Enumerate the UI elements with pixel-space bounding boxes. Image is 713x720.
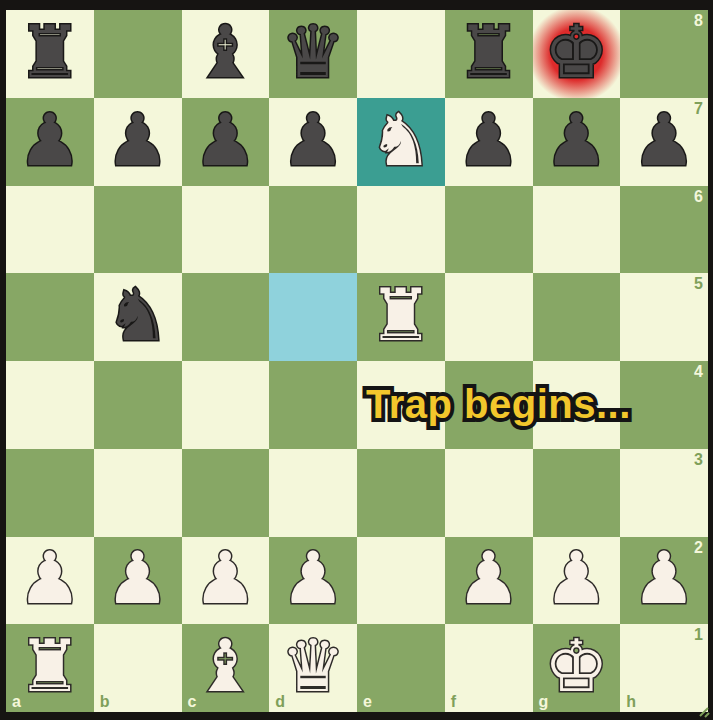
piece-white-pawn-h2[interactable]: ♟ — [620, 535, 708, 623]
file-label-h: h — [626, 694, 636, 710]
square-g5[interactable] — [533, 273, 621, 361]
square-e2[interactable] — [357, 537, 445, 625]
square-e8[interactable] — [357, 10, 445, 98]
square-b3[interactable] — [94, 449, 182, 537]
rank-label-4: 4 — [694, 364, 703, 380]
square-d2[interactable]: ♟ — [269, 537, 357, 625]
square-a7[interactable]: ♟ — [6, 98, 94, 186]
video-frame: ♜♝♛♜♚8♟♟♟♟♞♟♟7♟6♞♜543♟♟♟♟♟♟2♟a♜bc♝d♛efg♚… — [0, 0, 713, 720]
square-h1[interactable]: 1h — [620, 624, 708, 712]
square-c2[interactable]: ♟ — [182, 537, 270, 625]
square-a6[interactable] — [6, 186, 94, 274]
square-f1[interactable]: f — [445, 624, 533, 712]
square-h8[interactable]: 8 — [620, 10, 708, 98]
piece-white-pawn-b2[interactable]: ♟ — [94, 535, 182, 623]
piece-white-knight-e7[interactable]: ♞ — [357, 96, 445, 184]
piece-white-pawn-g2[interactable]: ♟ — [533, 535, 621, 623]
square-h5[interactable]: 5 — [620, 273, 708, 361]
piece-black-pawn-d7[interactable]: ♟ — [269, 96, 357, 184]
square-c6[interactable] — [182, 186, 270, 274]
piece-black-knight-b5[interactable]: ♞ — [94, 271, 182, 359]
square-b1[interactable]: b — [94, 624, 182, 712]
square-e3[interactable] — [357, 449, 445, 537]
file-label-b: b — [100, 694, 110, 710]
piece-white-pawn-d2[interactable]: ♟ — [269, 535, 357, 623]
square-f2[interactable]: ♟ — [445, 537, 533, 625]
rank-label-3: 3 — [694, 452, 703, 468]
square-f3[interactable] — [445, 449, 533, 537]
chess-board: ♜♝♛♜♚8♟♟♟♟♞♟♟7♟6♞♜543♟♟♟♟♟♟2♟a♜bc♝d♛efg♚… — [6, 10, 708, 712]
piece-black-pawn-a7[interactable]: ♟ — [6, 96, 94, 184]
piece-black-pawn-f7[interactable]: ♟ — [445, 96, 533, 184]
piece-white-pawn-c2[interactable]: ♟ — [182, 535, 270, 623]
piece-black-rook-a8[interactable]: ♜ — [6, 8, 94, 96]
square-g6[interactable] — [533, 186, 621, 274]
square-d7[interactable]: ♟ — [269, 98, 357, 186]
piece-black-king-g8[interactable]: ♚ — [533, 8, 621, 96]
square-b7[interactable]: ♟ — [94, 98, 182, 186]
rank-label-6: 6 — [694, 189, 703, 205]
square-a1[interactable]: a♜ — [6, 624, 94, 712]
square-c8[interactable]: ♝ — [182, 10, 270, 98]
square-h7[interactable]: 7♟ — [620, 98, 708, 186]
square-c3[interactable] — [182, 449, 270, 537]
square-a2[interactable]: ♟ — [6, 537, 94, 625]
square-d8[interactable]: ♛ — [269, 10, 357, 98]
square-a8[interactable]: ♜ — [6, 10, 94, 98]
square-a3[interactable] — [6, 449, 94, 537]
square-b8[interactable] — [94, 10, 182, 98]
square-e5[interactable]: ♜ — [357, 273, 445, 361]
square-a5[interactable] — [6, 273, 94, 361]
piece-white-pawn-a2[interactable]: ♟ — [6, 535, 94, 623]
square-h4[interactable]: 4 — [620, 361, 708, 449]
piece-black-queen-d8[interactable]: ♛ — [269, 8, 357, 96]
piece-white-king-g1[interactable]: ♚ — [533, 622, 621, 710]
piece-white-bishop-c1[interactable]: ♝ — [182, 622, 270, 710]
square-b5[interactable]: ♞ — [94, 273, 182, 361]
square-d6[interactable] — [269, 186, 357, 274]
square-b2[interactable]: ♟ — [94, 537, 182, 625]
square-h2[interactable]: 2♟ — [620, 537, 708, 625]
piece-black-pawn-h7[interactable]: ♟ — [620, 96, 708, 184]
rank-label-8: 8 — [694, 13, 703, 29]
square-e6[interactable] — [357, 186, 445, 274]
square-f6[interactable] — [445, 186, 533, 274]
rank-label-5: 5 — [694, 276, 703, 292]
square-h3[interactable]: 3 — [620, 449, 708, 537]
square-c7[interactable]: ♟ — [182, 98, 270, 186]
piece-white-rook-e5[interactable]: ♜ — [357, 271, 445, 359]
square-g1[interactable]: g♚ — [533, 624, 621, 712]
rank-label-1: 1 — [694, 627, 703, 643]
square-h6[interactable]: 6 — [620, 186, 708, 274]
piece-white-queen-d1[interactable]: ♛ — [269, 622, 357, 710]
square-d3[interactable] — [269, 449, 357, 537]
square-c5[interactable] — [182, 273, 270, 361]
square-g8[interactable]: ♚ — [533, 10, 621, 98]
square-e1[interactable]: e — [357, 624, 445, 712]
piece-black-bishop-c8[interactable]: ♝ — [182, 8, 270, 96]
piece-black-rook-f8[interactable]: ♜ — [445, 8, 533, 96]
square-g3[interactable] — [533, 449, 621, 537]
piece-black-pawn-b7[interactable]: ♟ — [94, 96, 182, 184]
piece-white-pawn-f2[interactable]: ♟ — [445, 535, 533, 623]
piece-white-rook-a1[interactable]: ♜ — [6, 622, 94, 710]
square-f8[interactable]: ♜ — [445, 10, 533, 98]
square-b6[interactable] — [94, 186, 182, 274]
file-label-e: e — [363, 694, 372, 710]
square-c4[interactable] — [182, 361, 270, 449]
square-f5[interactable] — [445, 273, 533, 361]
caption-text: Trap begins... — [366, 384, 631, 424]
square-d4[interactable] — [269, 361, 357, 449]
piece-black-pawn-c7[interactable]: ♟ — [182, 96, 270, 184]
file-label-f: f — [451, 694, 456, 710]
square-e7[interactable]: ♞ — [357, 98, 445, 186]
square-g7[interactable]: ♟ — [533, 98, 621, 186]
square-b4[interactable] — [94, 361, 182, 449]
square-d1[interactable]: d♛ — [269, 624, 357, 712]
board-resize-handle-icon[interactable] — [696, 704, 710, 718]
square-a4[interactable] — [6, 361, 94, 449]
square-d5[interactable] — [269, 273, 357, 361]
square-f7[interactable]: ♟ — [445, 98, 533, 186]
square-c1[interactable]: c♝ — [182, 624, 270, 712]
square-g2[interactable]: ♟ — [533, 537, 621, 625]
piece-black-pawn-g7[interactable]: ♟ — [533, 96, 621, 184]
